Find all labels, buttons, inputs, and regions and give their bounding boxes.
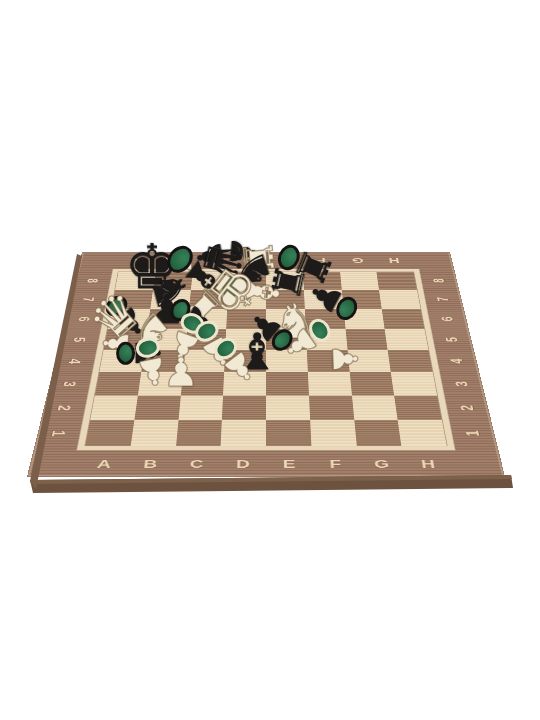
white-pawn-glyph: ♟ — [163, 353, 199, 391]
white-pawn-lying: ♟ — [328, 343, 361, 375]
piece-heap: ♛♜♜♝♞♞♟♟♟♟♟♟♟♚♛♜♜♝♝♞♟♟♟♟♟♟♟♚♟♝♞♟ — [0, 0, 540, 720]
white-pawn-standing: ♟ — [163, 353, 199, 391]
photo-background: AABBCCDDEEFFGGHH8877665544332211 ♛♜♜♝♞♞♟… — [0, 0, 540, 720]
white-pawn-glyph: ♟ — [328, 343, 361, 375]
